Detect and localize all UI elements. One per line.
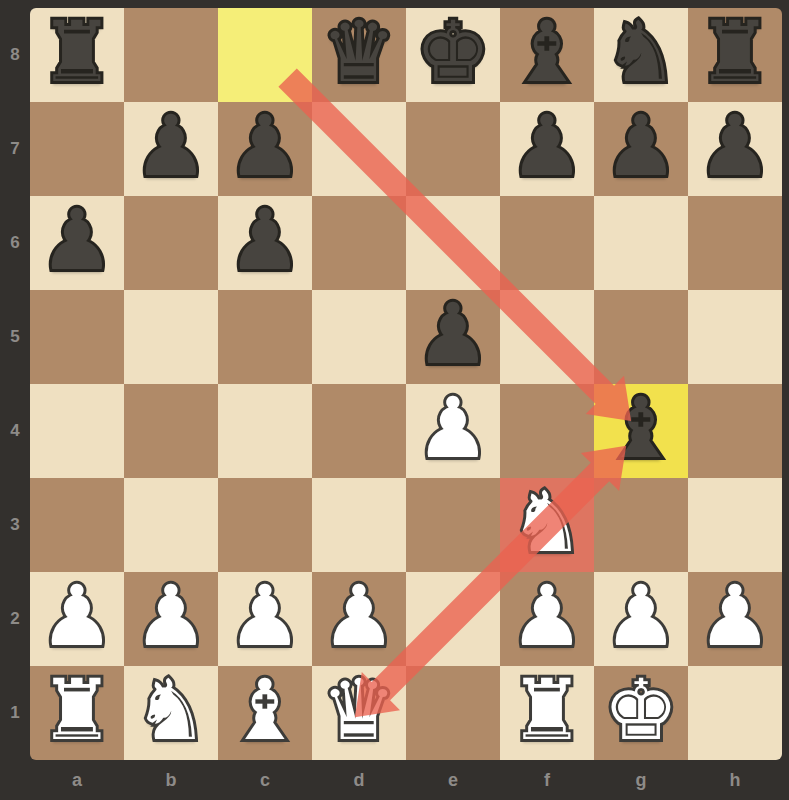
- square-b4[interactable]: [124, 384, 218, 478]
- square-c1[interactable]: [218, 666, 312, 760]
- piece-white-pawn-a2[interactable]: [30, 572, 124, 666]
- piece-black-bishop-g4[interactable]: [594, 384, 688, 478]
- square-f5[interactable]: [500, 290, 594, 384]
- file-label-c: c: [218, 760, 312, 800]
- piece-white-pawn-b2[interactable]: [124, 572, 218, 666]
- square-g6[interactable]: [594, 196, 688, 290]
- square-e3[interactable]: [406, 478, 500, 572]
- piece-white-bishop-c1[interactable]: [218, 666, 312, 760]
- rank-label-4: 4: [0, 384, 30, 478]
- square-e5[interactable]: [406, 290, 500, 384]
- piece-white-rook-f1[interactable]: [500, 666, 594, 760]
- square-a7[interactable]: [30, 102, 124, 196]
- piece-white-rook-a1[interactable]: [30, 666, 124, 760]
- square-a8[interactable]: [30, 8, 124, 102]
- square-a3[interactable]: [30, 478, 124, 572]
- square-d6[interactable]: [312, 196, 406, 290]
- piece-white-pawn-d2[interactable]: [312, 572, 406, 666]
- piece-white-pawn-h2[interactable]: [688, 572, 782, 666]
- square-b6[interactable]: [124, 196, 218, 290]
- square-f4[interactable]: [500, 384, 594, 478]
- square-e1[interactable]: [406, 666, 500, 760]
- piece-black-pawn-g7[interactable]: [594, 102, 688, 196]
- square-b7[interactable]: [124, 102, 218, 196]
- piece-black-knight-g8[interactable]: [594, 8, 688, 102]
- square-d8[interactable]: [312, 8, 406, 102]
- square-h7[interactable]: [688, 102, 782, 196]
- square-c7[interactable]: [218, 102, 312, 196]
- square-c6[interactable]: [218, 196, 312, 290]
- square-g8[interactable]: [594, 8, 688, 102]
- piece-white-pawn-g2[interactable]: [594, 572, 688, 666]
- file-label-f: f: [500, 760, 594, 800]
- square-a6[interactable]: [30, 196, 124, 290]
- square-c8[interactable]: [218, 8, 312, 102]
- rank-label-2: 2: [0, 572, 30, 666]
- piece-white-pawn-c2[interactable]: [218, 572, 312, 666]
- square-f3[interactable]: [500, 478, 594, 572]
- square-h2[interactable]: [688, 572, 782, 666]
- rank-label-7: 7: [0, 102, 30, 196]
- square-h3[interactable]: [688, 478, 782, 572]
- piece-black-pawn-f7[interactable]: [500, 102, 594, 196]
- square-d2[interactable]: [312, 572, 406, 666]
- square-d1[interactable]: [312, 666, 406, 760]
- file-label-h: h: [688, 760, 782, 800]
- piece-white-king-g1[interactable]: [594, 666, 688, 760]
- file-label-d: d: [312, 760, 406, 800]
- piece-white-knight-b1[interactable]: [124, 666, 218, 760]
- square-f7[interactable]: [500, 102, 594, 196]
- square-d7[interactable]: [312, 102, 406, 196]
- square-e6[interactable]: [406, 196, 500, 290]
- square-g7[interactable]: [594, 102, 688, 196]
- rank-label-1: 1: [0, 666, 30, 760]
- square-e4[interactable]: [406, 384, 500, 478]
- square-a5[interactable]: [30, 290, 124, 384]
- square-e8[interactable]: [406, 8, 500, 102]
- piece-black-bishop-f8[interactable]: [500, 8, 594, 102]
- piece-black-pawn-c7[interactable]: [218, 102, 312, 196]
- piece-white-queen-d1[interactable]: [312, 666, 406, 760]
- square-h1[interactable]: [688, 666, 782, 760]
- square-e7[interactable]: [406, 102, 500, 196]
- square-b2[interactable]: [124, 572, 218, 666]
- square-b5[interactable]: [124, 290, 218, 384]
- square-h4[interactable]: [688, 384, 782, 478]
- piece-black-pawn-e5[interactable]: [406, 290, 500, 384]
- square-d3[interactable]: [312, 478, 406, 572]
- square-f8[interactable]: [500, 8, 594, 102]
- square-a1[interactable]: [30, 666, 124, 760]
- rank-label-8: 8: [0, 8, 30, 102]
- piece-black-pawn-a6[interactable]: [30, 196, 124, 290]
- square-e2[interactable]: [406, 572, 500, 666]
- rank-label-3: 3: [0, 478, 30, 572]
- square-c4[interactable]: [218, 384, 312, 478]
- rank-label-6: 6: [0, 196, 30, 290]
- piece-white-knight-f3[interactable]: [500, 478, 594, 572]
- piece-black-rook-h8[interactable]: [688, 8, 782, 102]
- piece-black-pawn-b7[interactable]: [124, 102, 218, 196]
- square-c5[interactable]: [218, 290, 312, 384]
- chess-board: [30, 8, 782, 760]
- square-b8[interactable]: [124, 8, 218, 102]
- square-h6[interactable]: [688, 196, 782, 290]
- rank-label-5: 5: [0, 290, 30, 384]
- square-g1[interactable]: [594, 666, 688, 760]
- piece-white-pawn-e4[interactable]: [406, 384, 500, 478]
- square-a4[interactable]: [30, 384, 124, 478]
- piece-black-rook-a8[interactable]: [30, 8, 124, 102]
- piece-black-pawn-c6[interactable]: [218, 196, 312, 290]
- square-g4[interactable]: [594, 384, 688, 478]
- square-g5[interactable]: [594, 290, 688, 384]
- piece-black-king-e8[interactable]: [406, 8, 500, 102]
- file-label-g: g: [594, 760, 688, 800]
- square-h8[interactable]: [688, 8, 782, 102]
- square-a2[interactable]: [30, 572, 124, 666]
- file-label-b: b: [124, 760, 218, 800]
- square-f1[interactable]: [500, 666, 594, 760]
- chess-app: 87654321 abcdefgh: [0, 0, 789, 800]
- square-g2[interactable]: [594, 572, 688, 666]
- square-b1[interactable]: [124, 666, 218, 760]
- piece-white-pawn-f2[interactable]: [500, 572, 594, 666]
- square-d5[interactable]: [312, 290, 406, 384]
- square-f2[interactable]: [500, 572, 594, 666]
- piece-black-queen-d8[interactable]: [312, 8, 406, 102]
- file-label-e: e: [406, 760, 500, 800]
- square-f6[interactable]: [500, 196, 594, 290]
- square-d4[interactable]: [312, 384, 406, 478]
- square-h5[interactable]: [688, 290, 782, 384]
- file-label-a: a: [30, 760, 124, 800]
- square-b3[interactable]: [124, 478, 218, 572]
- piece-black-pawn-h7[interactable]: [688, 102, 782, 196]
- square-g3[interactable]: [594, 478, 688, 572]
- square-c3[interactable]: [218, 478, 312, 572]
- square-c2[interactable]: [218, 572, 312, 666]
